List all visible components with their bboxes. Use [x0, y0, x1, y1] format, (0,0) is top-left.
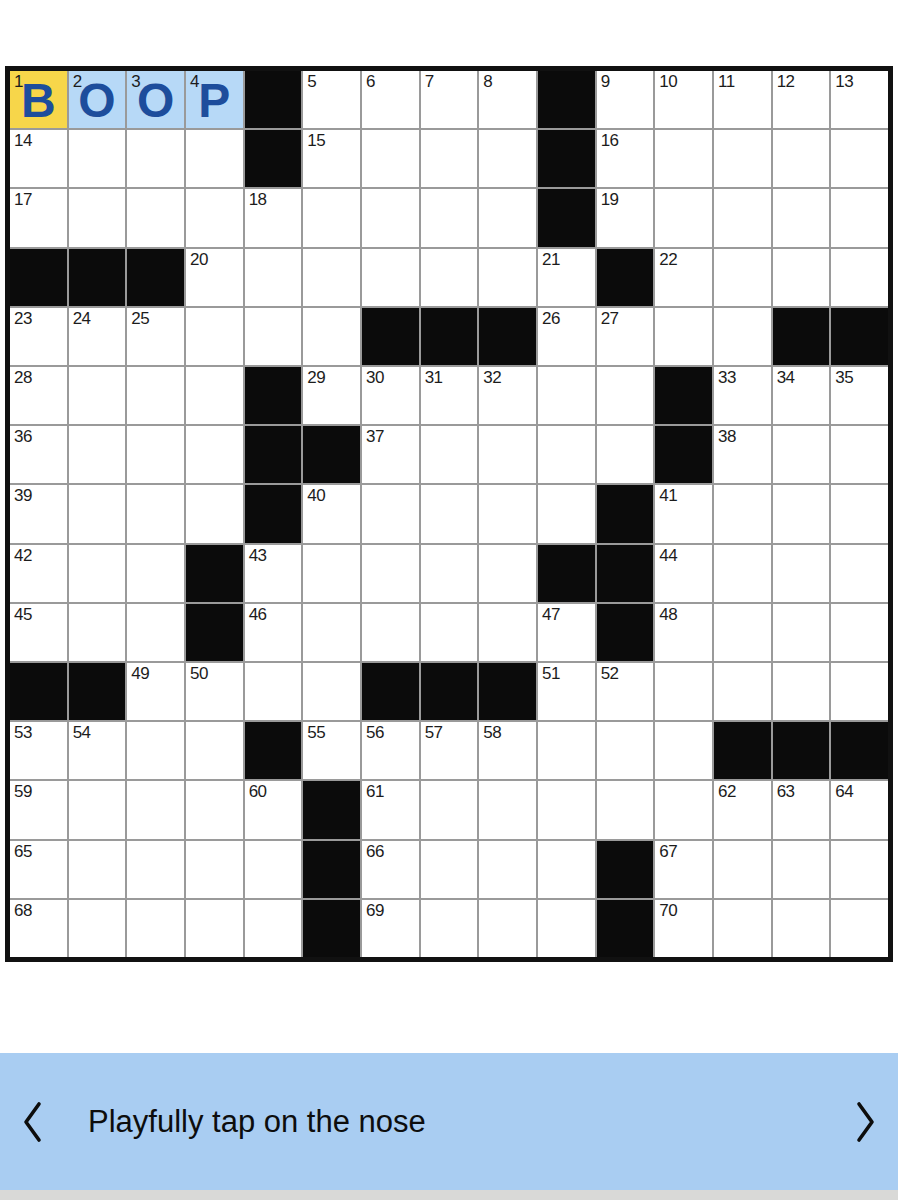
- cell-r10c8[interactable]: [421, 604, 478, 661]
- cell-r15c1[interactable]: 68: [10, 900, 67, 957]
- cell-r2c1[interactable]: 14: [10, 130, 67, 187]
- cell-r4c1: [10, 249, 67, 306]
- cell-r2c9[interactable]: [479, 130, 536, 187]
- cell-r5c6[interactable]: [303, 308, 360, 365]
- cell-r2c10: [538, 130, 595, 187]
- cell-r12c13: [714, 722, 771, 779]
- cell-r6c13[interactable]: 33: [714, 367, 771, 424]
- cell-r12c9[interactable]: 58: [479, 722, 536, 779]
- cell-r14c10[interactable]: [538, 841, 595, 898]
- cell-r14c6: [303, 841, 360, 898]
- clue-number: 29: [307, 368, 325, 388]
- clue-number: 58: [483, 723, 501, 743]
- cell-r3c9[interactable]: [479, 189, 536, 246]
- cell-r15c10[interactable]: [538, 900, 595, 957]
- cell-r10c6[interactable]: [303, 604, 360, 661]
- cell-r8c9[interactable]: [479, 485, 536, 542]
- cell-r13c2[interactable]: [69, 781, 126, 838]
- cell-r5c13[interactable]: [714, 308, 771, 365]
- cell-r10c12[interactable]: 48: [655, 604, 712, 661]
- cell-r7c11[interactable]: [597, 426, 654, 483]
- cell-r15c8[interactable]: [421, 900, 478, 957]
- clue-number: 8: [483, 72, 492, 92]
- cell-r7c13[interactable]: 38: [714, 426, 771, 483]
- cell-r9c15[interactable]: [831, 545, 888, 602]
- cell-r15c6: [303, 900, 360, 957]
- cell-r7c9[interactable]: [479, 426, 536, 483]
- cell-r10c14[interactable]: [773, 604, 830, 661]
- cell-r8c5: [245, 485, 302, 542]
- clue-number: 38: [718, 427, 736, 447]
- cell-r6c2[interactable]: [69, 367, 126, 424]
- cell-r4c8[interactable]: [421, 249, 478, 306]
- clue-number: 12: [777, 72, 795, 92]
- cell-r15c11: [597, 900, 654, 957]
- cell-r4c6[interactable]: [303, 249, 360, 306]
- clue-number: 32: [483, 368, 501, 388]
- current-clue-text[interactable]: Playfully tap on the nose: [64, 1104, 834, 1140]
- clue-number: 57: [425, 723, 443, 743]
- cell-r13c12[interactable]: [655, 781, 712, 838]
- clue-number: 64: [835, 782, 853, 802]
- cell-r2c7[interactable]: [362, 130, 419, 187]
- cell-r6c14[interactable]: 34: [773, 367, 830, 424]
- clue-number: 43: [249, 546, 267, 566]
- cell-r15c15[interactable]: [831, 900, 888, 957]
- cell-r4c14[interactable]: [773, 249, 830, 306]
- cell-r10c13[interactable]: [714, 604, 771, 661]
- cell-r12c7[interactable]: 56: [362, 722, 419, 779]
- clue-number: 62: [718, 782, 736, 802]
- cell-r13c15[interactable]: 64: [831, 781, 888, 838]
- cell-r13c9[interactable]: [479, 781, 536, 838]
- cell-r7c7[interactable]: 37: [362, 426, 419, 483]
- cell-r11c10[interactable]: 51: [538, 663, 595, 720]
- cell-r6c10[interactable]: [538, 367, 595, 424]
- cell-r15c5[interactable]: [245, 900, 302, 957]
- clue-number: 30: [366, 368, 384, 388]
- cell-r7c10[interactable]: [538, 426, 595, 483]
- cell-r14c4[interactable]: [186, 841, 243, 898]
- cell-r5c8: [421, 308, 478, 365]
- cell-r1c14[interactable]: 12: [773, 71, 830, 128]
- cell-r12c3[interactable]: [127, 722, 184, 779]
- cell-r6c4[interactable]: [186, 367, 243, 424]
- cell-r12c12[interactable]: [655, 722, 712, 779]
- clue-number: 15: [307, 131, 325, 151]
- cell-r3c13[interactable]: [714, 189, 771, 246]
- cell-r4c13[interactable]: [714, 249, 771, 306]
- cell-r3c8[interactable]: [421, 189, 478, 246]
- cell-r9c3[interactable]: [127, 545, 184, 602]
- cell-r6c7[interactable]: 30: [362, 367, 419, 424]
- cell-r11c13[interactable]: [714, 663, 771, 720]
- cell-r13c6: [303, 781, 360, 838]
- cell-r13c4[interactable]: [186, 781, 243, 838]
- cell-r10c4: [186, 604, 243, 661]
- cell-r5c9: [479, 308, 536, 365]
- cell-r11c3[interactable]: 49: [127, 663, 184, 720]
- cell-r6c5: [245, 367, 302, 424]
- cell-r11c15[interactable]: [831, 663, 888, 720]
- cell-r9c6[interactable]: [303, 545, 360, 602]
- clue-number: 10: [659, 72, 677, 92]
- cell-r9c1[interactable]: 42: [10, 545, 67, 602]
- cell-r8c13[interactable]: [714, 485, 771, 542]
- clue-number: 23: [14, 309, 32, 329]
- cell-r5c5[interactable]: [245, 308, 302, 365]
- cell-r4c3: [127, 249, 184, 306]
- cell-r4c5[interactable]: [245, 249, 302, 306]
- cell-r3c10: [538, 189, 595, 246]
- cell-r9c14[interactable]: [773, 545, 830, 602]
- cell-r8c6[interactable]: 40: [303, 485, 360, 542]
- cell-r1c7[interactable]: 6: [362, 71, 419, 128]
- clue-number: 45: [14, 605, 32, 625]
- cell-r8c1[interactable]: 39: [10, 485, 67, 542]
- cell-r11c6[interactable]: [303, 663, 360, 720]
- cell-r13c11[interactable]: [597, 781, 654, 838]
- cell-r3c3[interactable]: [127, 189, 184, 246]
- cell-r7c6: [303, 426, 360, 483]
- clue-number: 67: [659, 842, 677, 862]
- cell-r5c7: [362, 308, 419, 365]
- clue-number: 20: [190, 250, 208, 270]
- cell-r3c2[interactable]: [69, 189, 126, 246]
- cell-r2c4[interactable]: [186, 130, 243, 187]
- clue-bar[interactable]: Playfully tap on the nose: [0, 1053, 898, 1190]
- clue-number: 53: [14, 723, 32, 743]
- cell-r2c5: [245, 130, 302, 187]
- cell-r5c1[interactable]: 23: [10, 308, 67, 365]
- cell-r6c11[interactable]: [597, 367, 654, 424]
- cell-r2c3[interactable]: [127, 130, 184, 187]
- cell-r2c12[interactable]: [655, 130, 712, 187]
- clue-number: 51: [542, 664, 560, 684]
- clue-number: 35: [835, 368, 853, 388]
- cell-r6c3[interactable]: [127, 367, 184, 424]
- cell-r3c15[interactable]: [831, 189, 888, 246]
- cell-r5c12[interactable]: [655, 308, 712, 365]
- cell-r14c8[interactable]: [421, 841, 478, 898]
- clue-number: 66: [366, 842, 384, 862]
- cell-r11c7: [362, 663, 419, 720]
- cell-r12c8[interactable]: 57: [421, 722, 478, 779]
- clue-number: 56: [366, 723, 384, 743]
- cell-r1c13[interactable]: 11: [714, 71, 771, 128]
- clue-number: 49: [131, 664, 149, 684]
- clue-number: 17: [14, 190, 32, 210]
- clue-number: 39: [14, 486, 32, 506]
- clue-number: 22: [659, 250, 677, 270]
- cell-r5c15: [831, 308, 888, 365]
- cell-r5c4[interactable]: [186, 308, 243, 365]
- cell-r14c9[interactable]: [479, 841, 536, 898]
- cell-r14c13[interactable]: [714, 841, 771, 898]
- cell-r5c3[interactable]: 25: [127, 308, 184, 365]
- cell-r4c15[interactable]: [831, 249, 888, 306]
- cell-r13c7[interactable]: 61: [362, 781, 419, 838]
- clue-number: 69: [366, 901, 384, 921]
- cell-r10c10[interactable]: 47: [538, 604, 595, 661]
- clue-number: 41: [659, 486, 677, 506]
- clue-number: 34: [777, 368, 795, 388]
- clue-number: 25: [131, 309, 149, 329]
- cell-r9c9[interactable]: [479, 545, 536, 602]
- cell-r15c2[interactable]: [69, 900, 126, 957]
- cell-r7c3[interactable]: [127, 426, 184, 483]
- cell-r7c15[interactable]: [831, 426, 888, 483]
- cell-r14c1[interactable]: 65: [10, 841, 67, 898]
- clue-number: 26: [542, 309, 560, 329]
- cell-r8c14[interactable]: [773, 485, 830, 542]
- cell-r8c15[interactable]: [831, 485, 888, 542]
- clue-number: 28: [14, 368, 32, 388]
- clue-number: 46: [249, 605, 267, 625]
- cell-r12c15: [831, 722, 888, 779]
- cell-r7c14[interactable]: [773, 426, 830, 483]
- cell-r6c9[interactable]: 32: [479, 367, 536, 424]
- cell-r13c10[interactable]: [538, 781, 595, 838]
- cell-r11c1: [10, 663, 67, 720]
- cell-r14c7[interactable]: 66: [362, 841, 419, 898]
- clue-number: 42: [14, 546, 32, 566]
- next-clue-button[interactable]: [834, 1053, 898, 1190]
- clue-number: 5: [307, 72, 316, 92]
- cell-r6c6[interactable]: 29: [303, 367, 360, 424]
- cell-letter: O: [127, 77, 184, 125]
- cell-r9c11: [597, 545, 654, 602]
- cell-r9c8[interactable]: [421, 545, 478, 602]
- clue-number: 54: [73, 723, 91, 743]
- clue-number: 18: [249, 190, 267, 210]
- cell-r7c1[interactable]: 36: [10, 426, 67, 483]
- cell-r5c10[interactable]: 26: [538, 308, 595, 365]
- cell-r2c8[interactable]: [421, 130, 478, 187]
- cell-r9c4: [186, 545, 243, 602]
- cell-r1c15[interactable]: 13: [831, 71, 888, 128]
- cell-r1c4[interactable]: 4P: [186, 71, 243, 128]
- keyboard-top-edge: [0, 1190, 898, 1200]
- cell-r4c2: [69, 249, 126, 306]
- cell-r8c7[interactable]: [362, 485, 419, 542]
- cell-r11c12[interactable]: [655, 663, 712, 720]
- cell-r3c4[interactable]: [186, 189, 243, 246]
- cell-r3c14[interactable]: [773, 189, 830, 246]
- chevron-left-icon: [20, 1100, 44, 1144]
- cell-r8c11: [597, 485, 654, 542]
- cell-r14c14[interactable]: [773, 841, 830, 898]
- cell-r11c8: [421, 663, 478, 720]
- cell-r14c2[interactable]: [69, 841, 126, 898]
- cell-r1c2[interactable]: 2O: [69, 71, 126, 128]
- cell-r5c14: [773, 308, 830, 365]
- cell-r10c7[interactable]: [362, 604, 419, 661]
- clue-number: 61: [366, 782, 384, 802]
- cell-r1c10: [538, 71, 595, 128]
- cell-r7c2[interactable]: [69, 426, 126, 483]
- cell-r12c14: [773, 722, 830, 779]
- cell-r12c11[interactable]: [597, 722, 654, 779]
- cell-r15c9[interactable]: [479, 900, 536, 957]
- cell-r4c4[interactable]: 20: [186, 249, 243, 306]
- cell-r2c2[interactable]: [69, 130, 126, 187]
- clue-number: 68: [14, 901, 32, 921]
- cell-r12c2[interactable]: 54: [69, 722, 126, 779]
- clue-number: 70: [659, 901, 677, 921]
- clue-number: 16: [601, 131, 619, 151]
- cell-r7c4[interactable]: [186, 426, 243, 483]
- cell-r7c12: [655, 426, 712, 483]
- cell-r12c1[interactable]: 53: [10, 722, 67, 779]
- chevron-right-icon: [854, 1100, 878, 1144]
- cell-r5c2[interactable]: 24: [69, 308, 126, 365]
- cell-r2c15[interactable]: [831, 130, 888, 187]
- prev-clue-button[interactable]: [0, 1053, 64, 1190]
- cell-r4c12[interactable]: 22: [655, 249, 712, 306]
- clue-number: 50: [190, 664, 208, 684]
- cell-r12c4[interactable]: [186, 722, 243, 779]
- cell-r8c12[interactable]: 41: [655, 485, 712, 542]
- clue-number: 65: [14, 842, 32, 862]
- cell-r8c2[interactable]: [69, 485, 126, 542]
- cell-r2c14[interactable]: [773, 130, 830, 187]
- cell-r9c12[interactable]: 44: [655, 545, 712, 602]
- cell-r1c1[interactable]: 1B: [10, 71, 67, 128]
- cell-r3c11[interactable]: 19: [597, 189, 654, 246]
- clue-number: 47: [542, 605, 560, 625]
- cell-r1c9[interactable]: 8: [479, 71, 536, 128]
- cell-r11c4[interactable]: 50: [186, 663, 243, 720]
- cell-r10c5[interactable]: 46: [245, 604, 302, 661]
- cell-r3c12[interactable]: [655, 189, 712, 246]
- cell-r8c4[interactable]: [186, 485, 243, 542]
- cell-letter: P: [186, 77, 243, 125]
- clue-number: 24: [73, 309, 91, 329]
- cell-r1c3[interactable]: 3O: [127, 71, 184, 128]
- clue-number: 37: [366, 427, 384, 447]
- clue-number: 7: [425, 72, 434, 92]
- cell-r4c11: [597, 249, 654, 306]
- cell-r1c12[interactable]: 10: [655, 71, 712, 128]
- cell-r12c10[interactable]: [538, 722, 595, 779]
- cell-r10c9[interactable]: [479, 604, 536, 661]
- cell-r9c7[interactable]: [362, 545, 419, 602]
- cell-r11c14[interactable]: [773, 663, 830, 720]
- cell-r12c5: [245, 722, 302, 779]
- cell-r4c7[interactable]: [362, 249, 419, 306]
- cell-r11c2: [69, 663, 126, 720]
- cell-r13c3[interactable]: [127, 781, 184, 838]
- cell-r10c15[interactable]: [831, 604, 888, 661]
- cell-r13c5[interactable]: 60: [245, 781, 302, 838]
- clue-number: 31: [425, 368, 443, 388]
- cell-r1c6[interactable]: 5: [303, 71, 360, 128]
- cell-r7c8[interactable]: [421, 426, 478, 483]
- cell-r15c3[interactable]: [127, 900, 184, 957]
- cell-r14c11: [597, 841, 654, 898]
- cell-r10c2[interactable]: [69, 604, 126, 661]
- clue-number: 60: [249, 782, 267, 802]
- cell-r1c8[interactable]: 7: [421, 71, 478, 128]
- cell-r11c11[interactable]: 52: [597, 663, 654, 720]
- clue-number: 36: [14, 427, 32, 447]
- cell-r6c8[interactable]: 31: [421, 367, 478, 424]
- clue-number: 44: [659, 546, 677, 566]
- cell-letter: B: [10, 77, 67, 125]
- cell-r3c1[interactable]: 17: [10, 189, 67, 246]
- cell-r9c10: [538, 545, 595, 602]
- cell-r14c3[interactable]: [127, 841, 184, 898]
- cell-r2c11[interactable]: 16: [597, 130, 654, 187]
- cell-r14c12[interactable]: 67: [655, 841, 712, 898]
- cell-r14c5[interactable]: [245, 841, 302, 898]
- cell-r13c1[interactable]: 59: [10, 781, 67, 838]
- cell-r6c15[interactable]: 35: [831, 367, 888, 424]
- cell-r8c3[interactable]: [127, 485, 184, 542]
- cell-r6c1[interactable]: 28: [10, 367, 67, 424]
- cell-r3c7[interactable]: [362, 189, 419, 246]
- clue-number: 21: [542, 250, 560, 270]
- clue-number: 11: [718, 72, 735, 92]
- cell-r1c5: [245, 71, 302, 128]
- cell-r15c14[interactable]: [773, 900, 830, 957]
- cell-r15c12[interactable]: 70: [655, 900, 712, 957]
- cell-r11c9: [479, 663, 536, 720]
- clue-number: 19: [601, 190, 619, 210]
- clue-number: 27: [601, 309, 619, 329]
- cell-r10c1[interactable]: 45: [10, 604, 67, 661]
- cell-r13c8[interactable]: [421, 781, 478, 838]
- cell-r10c3[interactable]: [127, 604, 184, 661]
- cell-r6c12: [655, 367, 712, 424]
- cell-letter: O: [69, 77, 126, 125]
- cell-r15c13[interactable]: [714, 900, 771, 957]
- clue-number: 40: [307, 486, 325, 506]
- cell-r15c7[interactable]: 69: [362, 900, 419, 957]
- cell-r5c11[interactable]: 27: [597, 308, 654, 365]
- clue-number: 59: [14, 782, 32, 802]
- cell-r2c13[interactable]: [714, 130, 771, 187]
- clue-number: 33: [718, 368, 736, 388]
- clue-number: 6: [366, 72, 375, 92]
- clue-number: 9: [601, 72, 610, 92]
- clue-number: 52: [601, 664, 619, 684]
- cell-r3c5[interactable]: 18: [245, 189, 302, 246]
- cell-r4c9[interactable]: [479, 249, 536, 306]
- cell-r2c6[interactable]: 15: [303, 130, 360, 187]
- crossword-board: 1B2O3O4P56789101112131415161718192021222…: [5, 66, 893, 962]
- cell-r14c15[interactable]: [831, 841, 888, 898]
- cell-r3c6[interactable]: [303, 189, 360, 246]
- cell-r8c10[interactable]: [538, 485, 595, 542]
- cell-r12c6[interactable]: 55: [303, 722, 360, 779]
- cell-r9c5[interactable]: 43: [245, 545, 302, 602]
- cell-r1c11[interactable]: 9: [597, 71, 654, 128]
- clue-number: 13: [835, 72, 853, 92]
- cell-r11c5[interactable]: [245, 663, 302, 720]
- cell-r9c13[interactable]: [714, 545, 771, 602]
- cell-r9c2[interactable]: [69, 545, 126, 602]
- cell-r8c8[interactable]: [421, 485, 478, 542]
- clue-number: 55: [307, 723, 325, 743]
- cell-r13c13[interactable]: 62: [714, 781, 771, 838]
- cell-r7c5: [245, 426, 302, 483]
- cell-r15c4[interactable]: [186, 900, 243, 957]
- cell-r13c14[interactable]: 63: [773, 781, 830, 838]
- cell-r4c10[interactable]: 21: [538, 249, 595, 306]
- clue-number: 63: [777, 782, 795, 802]
